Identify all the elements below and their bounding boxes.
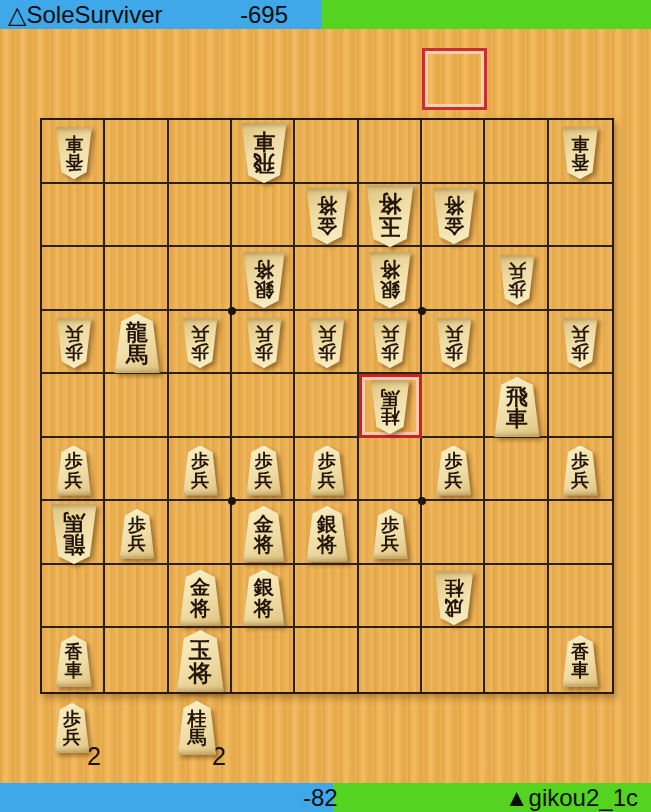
piece-face: 歩兵 bbox=[119, 509, 156, 559]
piece-kanji: 銀 bbox=[380, 280, 400, 300]
piece-face: 桂馬 bbox=[370, 380, 411, 434]
piece-kanji: 兵 bbox=[445, 325, 463, 343]
piece-face: 歩兵 bbox=[55, 318, 92, 368]
piece-kanji: 馬 bbox=[126, 343, 148, 365]
sente-eval-score: -82 bbox=[303, 784, 338, 812]
piece-sente-lance[interactable]: 香車 bbox=[561, 635, 599, 687]
piece-face: 玉将 bbox=[365, 185, 415, 247]
piece-kanji: 玉 bbox=[189, 638, 212, 661]
cell-r9c2[interactable] bbox=[105, 628, 168, 692]
piece-face: 成桂 bbox=[433, 571, 474, 625]
piece-kanji: 車 bbox=[65, 134, 83, 152]
piece-sente-silver[interactable]: 銀将 bbox=[242, 570, 286, 626]
piece-sente-rook[interactable]: 飛車 bbox=[493, 377, 541, 437]
piece-kanji: 馬 bbox=[63, 512, 85, 534]
piece-face: 歩兵 bbox=[182, 446, 219, 496]
piece-kanji: 歩 bbox=[571, 343, 589, 361]
piece-gote-promoted-knight[interactable]: 成桂 bbox=[433, 571, 474, 625]
piece-face: 龍馬 bbox=[113, 313, 161, 373]
piece-sente-gold[interactable]: 金将 bbox=[242, 506, 286, 562]
piece-kanji: 兵 bbox=[128, 534, 146, 552]
cell-r8c5[interactable] bbox=[295, 565, 358, 629]
piece-face: 歩兵 bbox=[372, 318, 409, 368]
piece-face: 歩兵 bbox=[499, 255, 536, 305]
piece-face: 桂馬 bbox=[177, 701, 218, 755]
piece-kanji: 兵 bbox=[381, 534, 399, 552]
piece-kanji: 将 bbox=[189, 661, 212, 684]
piece-face: 歩兵 bbox=[55, 446, 92, 496]
piece-gote-promoted-bishop[interactable]: 龍馬 bbox=[50, 504, 98, 564]
piece-gote-pawn[interactable]: 歩兵 bbox=[562, 318, 599, 368]
piece-kanji: 車 bbox=[571, 661, 589, 679]
piece-kanji: 車 bbox=[253, 130, 275, 152]
piece-gote-pawn[interactable]: 歩兵 bbox=[372, 318, 409, 368]
piece-kanji: 兵 bbox=[255, 325, 273, 343]
gote-player-name: △SoleSurviver bbox=[8, 1, 163, 29]
piece-kanji: 兵 bbox=[571, 471, 589, 489]
hoshi-dot bbox=[418, 307, 426, 315]
piece-face: 飛車 bbox=[493, 377, 541, 437]
piece-kanji: 歩 bbox=[381, 343, 399, 361]
piece-kanji: 飛 bbox=[253, 153, 275, 175]
piece-face: 香車 bbox=[55, 127, 93, 179]
piece-face: 銀将 bbox=[305, 506, 349, 562]
hoshi-dot bbox=[228, 497, 236, 505]
piece-face: 銀将 bbox=[242, 570, 286, 626]
piece-gote-gold[interactable]: 金将 bbox=[432, 188, 476, 244]
shogi-app: △SoleSurviver -695 香車飛車香車金将玉将金将銀将銀将歩兵歩兵龍… bbox=[0, 0, 651, 812]
piece-gote-rook[interactable]: 飛車 bbox=[240, 123, 288, 183]
piece-kanji: 兵 bbox=[318, 325, 336, 343]
gote-eval-score: -695 bbox=[240, 1, 288, 29]
piece-kanji: 兵 bbox=[65, 471, 83, 489]
piece-kanji: 兵 bbox=[191, 325, 209, 343]
piece-face: 歩兵 bbox=[372, 509, 409, 559]
piece-face: 歩兵 bbox=[562, 446, 599, 496]
cell-r5c1[interactable] bbox=[42, 374, 105, 438]
cell-r9c7[interactable] bbox=[422, 628, 485, 692]
cell-r8c8[interactable] bbox=[485, 565, 548, 629]
piece-kanji: 龍 bbox=[63, 534, 85, 556]
piece-kanji: 玉 bbox=[379, 216, 402, 239]
cell-r1c7[interactable] bbox=[422, 120, 485, 184]
piece-kanji: 車 bbox=[506, 407, 528, 429]
piece-kanji: 歩 bbox=[191, 343, 209, 361]
piece-kanji: 歩 bbox=[65, 343, 83, 361]
piece-face: 歩兵 bbox=[245, 318, 282, 368]
cell-r1c6[interactable] bbox=[359, 120, 422, 184]
piece-face: 金将 bbox=[242, 506, 286, 562]
piece-kanji: 兵 bbox=[381, 325, 399, 343]
piece-sente-lance[interactable]: 香車 bbox=[55, 635, 93, 687]
piece-gote-pawn[interactable]: 歩兵 bbox=[499, 255, 536, 305]
cell-r8c2[interactable] bbox=[105, 565, 168, 629]
piece-sente-pawn[interactable]: 歩兵 bbox=[372, 509, 409, 559]
piece-kanji: 将 bbox=[254, 598, 274, 618]
piece-kanji: 馬 bbox=[188, 728, 207, 747]
cell-r8c9[interactable] bbox=[549, 565, 612, 629]
piece-gote-gold[interactable]: 金将 bbox=[305, 188, 349, 244]
cell-r5c5[interactable] bbox=[295, 374, 358, 438]
piece-gote-silver[interactable]: 銀将 bbox=[242, 252, 286, 308]
piece-kanji: 将 bbox=[379, 193, 402, 216]
piece-face: 金将 bbox=[305, 188, 349, 244]
piece-kanji: 成 bbox=[444, 598, 463, 617]
cell-r2c9[interactable] bbox=[549, 184, 612, 248]
cell-r3c5[interactable] bbox=[295, 247, 358, 311]
cell-r2c3[interactable] bbox=[169, 184, 232, 248]
cell-r3c1[interactable] bbox=[42, 247, 105, 311]
piece-kanji: 銀 bbox=[317, 514, 337, 534]
piece-face: 歩兵 bbox=[309, 446, 346, 496]
piece-kanji: 飛 bbox=[506, 385, 528, 407]
cell-r2c1[interactable] bbox=[42, 184, 105, 248]
cell-r1c5[interactable] bbox=[295, 120, 358, 184]
hand-piece-pawn[interactable]: 歩兵 bbox=[54, 703, 91, 753]
piece-kanji: 金 bbox=[254, 514, 274, 534]
piece-face: 金将 bbox=[432, 188, 476, 244]
piece-face: 金将 bbox=[178, 570, 222, 626]
cell-r6c8[interactable] bbox=[485, 438, 548, 502]
piece-kanji: 兵 bbox=[508, 262, 526, 280]
piece-sente-king[interactable]: 玉将 bbox=[175, 630, 225, 692]
cell-r5c2[interactable] bbox=[105, 374, 168, 438]
piece-face: 歩兵 bbox=[435, 318, 472, 368]
piece-gote-lance[interactable]: 香車 bbox=[55, 127, 93, 179]
cell-r5c9[interactable] bbox=[549, 374, 612, 438]
cell-r5c3[interactable] bbox=[169, 374, 232, 438]
piece-gote-king[interactable]: 玉将 bbox=[365, 185, 415, 247]
cell-r2c4[interactable] bbox=[232, 184, 295, 248]
piece-face: 歩兵 bbox=[435, 446, 472, 496]
cell-r1c3[interactable] bbox=[169, 120, 232, 184]
cell-r2c2[interactable] bbox=[105, 184, 168, 248]
piece-kanji: 将 bbox=[254, 534, 274, 554]
piece-face: 歩兵 bbox=[562, 318, 599, 368]
sente-player-name: ▲gikou2_1c bbox=[505, 784, 638, 812]
hoshi-dot bbox=[418, 497, 426, 505]
piece-face: 歩兵 bbox=[245, 446, 282, 496]
piece-face: 歩兵 bbox=[182, 318, 219, 368]
piece-gote-pawn[interactable]: 歩兵 bbox=[435, 318, 472, 368]
cell-r5c4[interactable] bbox=[232, 374, 295, 438]
piece-kanji: 兵 bbox=[445, 471, 463, 489]
shogi-board: 香車飛車香車金将玉将金将銀将銀将歩兵歩兵龍馬歩兵歩兵歩兵歩兵歩兵歩兵桂馬飛車歩兵… bbox=[40, 118, 614, 694]
cell-r1c2[interactable] bbox=[105, 120, 168, 184]
piece-kanji: 将 bbox=[317, 534, 337, 554]
piece-sente-pawn[interactable]: 歩兵 bbox=[309, 446, 346, 496]
piece-kanji: 銀 bbox=[254, 577, 274, 597]
piece-kanji: 兵 bbox=[65, 325, 83, 343]
piece-sente-pawn[interactable]: 歩兵 bbox=[55, 446, 92, 496]
piece-face: 飛車 bbox=[240, 123, 288, 183]
piece-kanji: 銀 bbox=[254, 280, 274, 300]
piece-kanji: 兵 bbox=[63, 728, 81, 746]
piece-face: 銀将 bbox=[242, 252, 286, 308]
piece-kanji: 車 bbox=[571, 134, 589, 152]
cell-r6c2[interactable] bbox=[105, 438, 168, 502]
piece-kanji: 香 bbox=[65, 153, 83, 171]
piece-kanji: 将 bbox=[317, 196, 337, 216]
cell-r3c9[interactable] bbox=[549, 247, 612, 311]
piece-kanji: 桂 bbox=[381, 407, 400, 426]
piece-kanji: 金 bbox=[317, 216, 337, 236]
piece-face: 龍馬 bbox=[50, 504, 98, 564]
drop-source-square bbox=[422, 48, 487, 110]
piece-face: 玉将 bbox=[175, 630, 225, 692]
piece-gote-pawn[interactable]: 歩兵 bbox=[309, 318, 346, 368]
piece-gote-lance[interactable]: 香車 bbox=[561, 127, 599, 179]
piece-kanji: 将 bbox=[380, 259, 400, 279]
piece-gote-pawn[interactable]: 歩兵 bbox=[245, 318, 282, 368]
cell-r5c7[interactable] bbox=[422, 374, 485, 438]
bottom-player-bar: -82 ▲gikou2_1c bbox=[0, 783, 651, 812]
cell-r9c5[interactable] bbox=[295, 628, 358, 692]
top-player-bar: △SoleSurviver -695 bbox=[0, 0, 651, 29]
piece-sente-pawn[interactable]: 歩兵 bbox=[435, 446, 472, 496]
cell-r8c1[interactable] bbox=[42, 565, 105, 629]
piece-sente-promoted-bishop[interactable]: 龍馬 bbox=[113, 313, 161, 373]
cell-r9c8[interactable] bbox=[485, 628, 548, 692]
cell-r9c6[interactable] bbox=[359, 628, 422, 692]
cell-r6c6[interactable] bbox=[359, 438, 422, 502]
piece-sente-pawn[interactable]: 歩兵 bbox=[119, 509, 156, 559]
cell-r7c7[interactable] bbox=[422, 501, 485, 565]
piece-face: 香車 bbox=[561, 635, 599, 687]
hand-piece-knight[interactable]: 桂馬 bbox=[177, 701, 218, 755]
piece-kanji: 将 bbox=[444, 196, 464, 216]
cell-r7c3[interactable] bbox=[169, 501, 232, 565]
cell-r4c8[interactable] bbox=[485, 311, 548, 375]
cell-r7c9[interactable] bbox=[549, 501, 612, 565]
piece-kanji: 桂 bbox=[444, 578, 463, 597]
piece-kanji: 兵 bbox=[255, 471, 273, 489]
piece-gote-silver[interactable]: 銀将 bbox=[368, 252, 412, 308]
piece-face: 香車 bbox=[55, 635, 93, 687]
piece-gote-pawn[interactable]: 歩兵 bbox=[55, 318, 92, 368]
cell-r3c2[interactable] bbox=[105, 247, 168, 311]
piece-kanji: 将 bbox=[254, 259, 274, 279]
piece-kanji: 兵 bbox=[571, 325, 589, 343]
piece-sente-pawn[interactable]: 歩兵 bbox=[182, 446, 219, 496]
piece-gote-knight[interactable]: 桂馬 bbox=[370, 380, 411, 434]
piece-face: 香車 bbox=[561, 127, 599, 179]
piece-kanji: 兵 bbox=[191, 471, 209, 489]
piece-sente-gold[interactable]: 金将 bbox=[178, 570, 222, 626]
piece-face: 歩兵 bbox=[309, 318, 346, 368]
piece-kanji: 兵 bbox=[318, 471, 336, 489]
piece-kanji: 歩 bbox=[445, 343, 463, 361]
cell-r2c8[interactable] bbox=[485, 184, 548, 248]
piece-face: 銀将 bbox=[368, 252, 412, 308]
cell-r3c3[interactable] bbox=[169, 247, 232, 311]
cell-r9c4[interactable] bbox=[232, 628, 295, 692]
piece-sente-pawn[interactable]: 歩兵 bbox=[245, 446, 282, 496]
hoshi-dot bbox=[228, 307, 236, 315]
piece-kanji: 歩 bbox=[508, 280, 526, 298]
piece-kanji: 歩 bbox=[318, 343, 336, 361]
piece-kanji: 金 bbox=[444, 216, 464, 236]
piece-kanji: 金 bbox=[190, 577, 210, 597]
cell-r7c8[interactable] bbox=[485, 501, 548, 565]
piece-kanji: 車 bbox=[65, 661, 83, 679]
cell-r1c8[interactable] bbox=[485, 120, 548, 184]
piece-kanji: 龍 bbox=[126, 321, 148, 343]
piece-face: 歩兵 bbox=[54, 703, 91, 753]
piece-kanji: 香 bbox=[571, 153, 589, 171]
cell-r8c6[interactable] bbox=[359, 565, 422, 629]
piece-kanji: 将 bbox=[190, 598, 210, 618]
cell-r3c7[interactable] bbox=[422, 247, 485, 311]
piece-kanji: 馬 bbox=[381, 388, 400, 407]
piece-sente-pawn[interactable]: 歩兵 bbox=[562, 446, 599, 496]
piece-sente-silver[interactable]: 銀将 bbox=[305, 506, 349, 562]
piece-gote-pawn[interactable]: 歩兵 bbox=[182, 318, 219, 368]
piece-kanji: 歩 bbox=[255, 343, 273, 361]
